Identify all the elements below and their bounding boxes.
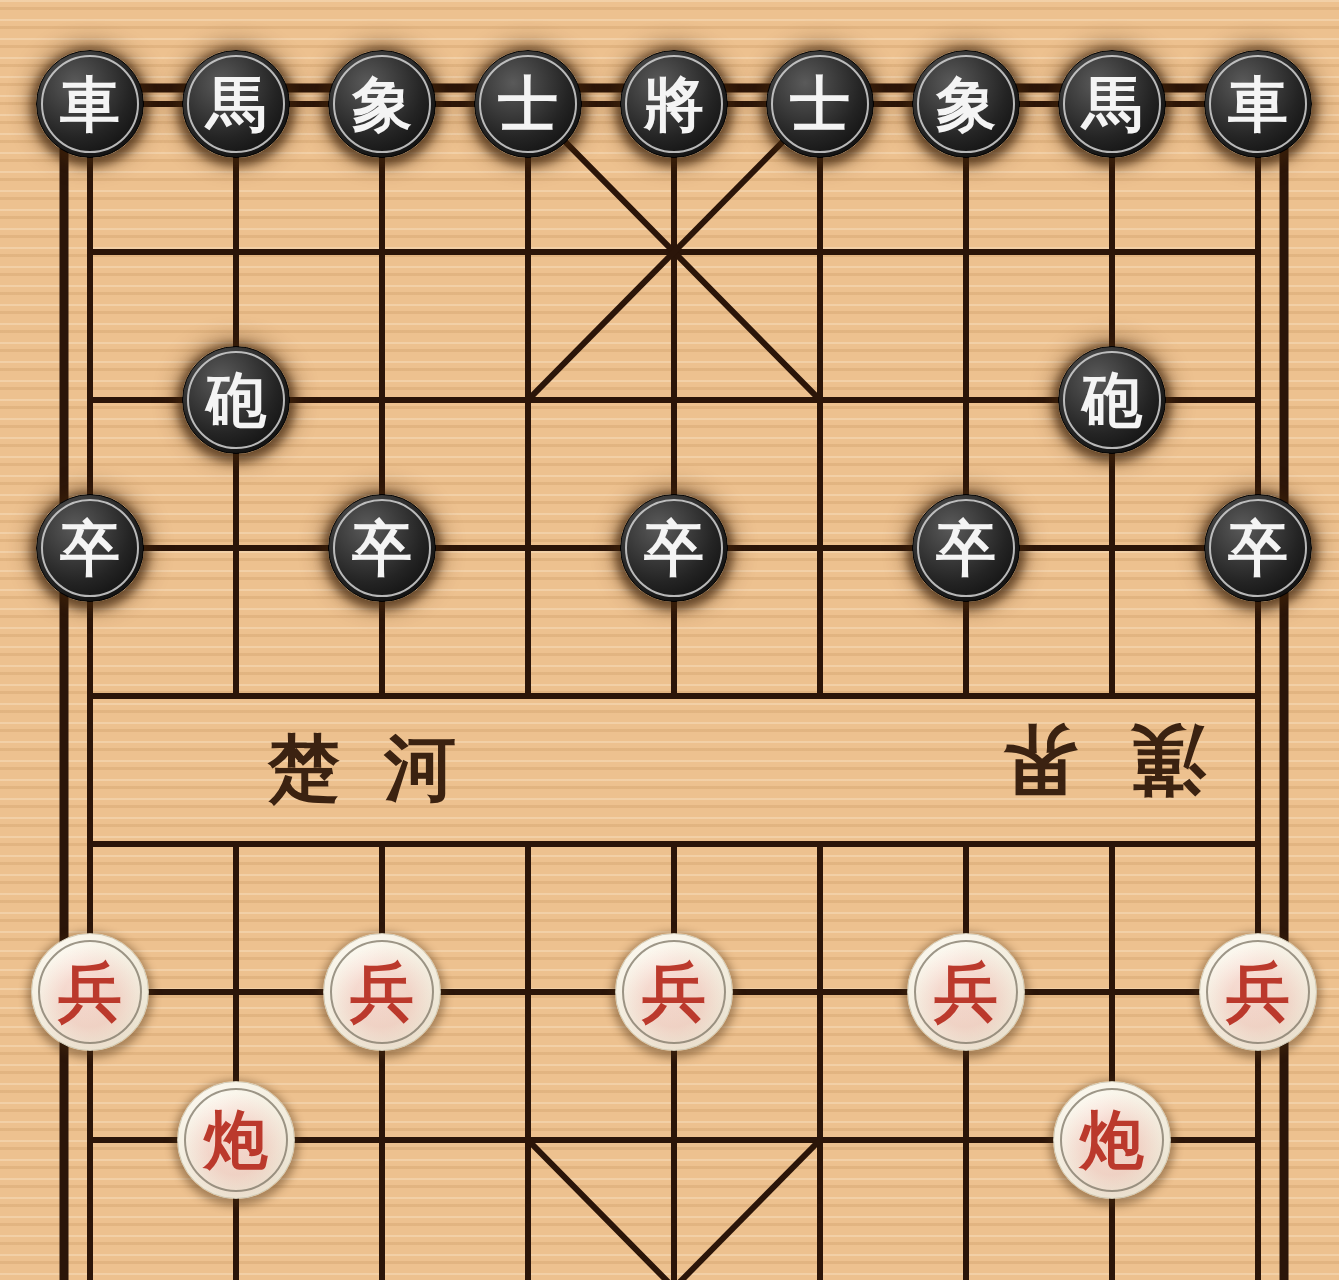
piece-glyph: 炮 [204,1108,268,1172]
piece-red-cannon[interactable]: 炮 [1053,1081,1171,1199]
piece-glyph: 卒 [936,518,996,578]
piece-black-horse[interactable]: 馬 [1058,50,1166,158]
piece-glyph: 卒 [352,518,412,578]
piece-black-advisor[interactable]: 士 [474,50,582,158]
piece-glyph: 卒 [1228,518,1288,578]
piece-black-soldier[interactable]: 卒 [36,494,144,602]
piece-red-soldier[interactable]: 兵 [615,933,733,1051]
piece-glyph: 卒 [60,518,120,578]
piece-glyph: 象 [352,74,412,134]
board-grid: 車馬象士將士象馬車砲砲卒卒卒卒卒兵兵兵兵兵炮炮 [17,30,1331,1280]
piece-black-soldier[interactable]: 卒 [328,494,436,602]
piece-black-soldier[interactable]: 卒 [620,494,728,602]
piece-black-chariot[interactable]: 車 [36,50,144,158]
piece-glyph: 馬 [206,74,266,134]
piece-glyph: 砲 [1082,370,1142,430]
piece-black-soldier[interactable]: 卒 [912,494,1020,602]
piece-black-advisor[interactable]: 士 [766,50,874,158]
piece-glyph: 士 [498,74,558,134]
piece-glyph: 象 [936,74,996,134]
xiangqi-board: 楚河 漢界 車馬象士將士象馬車砲砲卒卒卒卒卒兵兵兵兵兵炮炮 [0,0,1339,1280]
piece-black-elephant[interactable]: 象 [328,50,436,158]
piece-red-soldier[interactable]: 兵 [323,933,441,1051]
piece-black-cannon[interactable]: 砲 [1058,346,1166,454]
piece-glyph: 車 [60,74,120,134]
piece-glyph: 馬 [1082,74,1142,134]
piece-black-elephant[interactable]: 象 [912,50,1020,158]
piece-glyph: 將 [644,74,704,134]
piece-glyph: 炮 [1080,1108,1144,1172]
piece-glyph: 兵 [350,960,414,1024]
piece-red-soldier[interactable]: 兵 [1199,933,1317,1051]
piece-glyph: 兵 [642,960,706,1024]
piece-glyph: 兵 [58,960,122,1024]
piece-glyph: 兵 [934,960,998,1024]
piece-glyph: 卒 [644,518,704,578]
piece-glyph: 士 [790,74,850,134]
piece-red-soldier[interactable]: 兵 [31,933,149,1051]
piece-black-cannon[interactable]: 砲 [182,346,290,454]
piece-black-soldier[interactable]: 卒 [1204,494,1312,602]
piece-black-general[interactable]: 將 [620,50,728,158]
piece-red-cannon[interactable]: 炮 [177,1081,295,1199]
piece-black-chariot[interactable]: 車 [1204,50,1312,158]
piece-glyph: 車 [1228,74,1288,134]
piece-glyph: 砲 [206,370,266,430]
piece-glyph: 兵 [1226,960,1290,1024]
piece-black-horse[interactable]: 馬 [182,50,290,158]
piece-red-soldier[interactable]: 兵 [907,933,1025,1051]
